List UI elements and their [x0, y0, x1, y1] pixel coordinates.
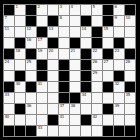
white-cell-2-0[interactable]: 11	[4, 27, 14, 37]
white-cell-4-3[interactable]: 19	[37, 49, 47, 59]
white-cell-10-11[interactable]	[125, 115, 135, 125]
white-cell-6-11[interactable]	[125, 71, 135, 81]
white-cell-0-3[interactable]: 2	[37, 5, 47, 15]
clue-number-3: 3	[60, 5, 62, 10]
clue-number-31: 31	[38, 82, 43, 87]
white-cell-5-1[interactable]	[15, 60, 25, 70]
white-cell-9-2[interactable]: 36	[26, 104, 36, 114]
white-cell-6-8[interactable]: 29	[92, 71, 102, 81]
white-cell-7-6[interactable]	[70, 82, 80, 92]
clue-number-12: 12	[27, 27, 32, 32]
white-cell-8-9[interactable]	[103, 93, 113, 103]
white-cell-10-6[interactable]	[70, 115, 80, 125]
white-cell-0-1[interactable]: 1	[15, 5, 25, 15]
white-cell-8-8[interactable]	[92, 93, 102, 103]
white-cell-11-7[interactable]	[81, 126, 91, 136]
clue-number-11: 11	[5, 27, 10, 32]
clue-number-37: 37	[60, 104, 65, 109]
white-cell-7-4[interactable]	[48, 82, 58, 92]
white-cell-11-6[interactable]	[70, 126, 80, 136]
white-cell-0-6[interactable]: 4	[70, 5, 80, 15]
white-cell-9-6[interactable]: 38	[70, 104, 80, 114]
white-cell-0-7[interactable]	[81, 5, 91, 15]
crossword-screenshot: { "game": "crossword", "board": { "rows"…	[0, 0, 140, 140]
black-cell-8-5	[59, 93, 69, 103]
clue-number-24: 24	[5, 60, 10, 65]
clue-number-7: 7	[5, 16, 7, 21]
white-cell-7-8[interactable]	[92, 82, 102, 92]
clue-number-16: 16	[27, 38, 32, 43]
white-cell-1-10[interactable]: 9	[114, 16, 124, 26]
white-cell-5-0[interactable]: 24	[4, 60, 14, 70]
white-cell-2-2[interactable]: 12	[26, 27, 36, 37]
clue-number-21: 21	[71, 49, 76, 54]
white-cell-5-9[interactable]: 27	[103, 60, 113, 70]
white-cell-2-7[interactable]: 14	[81, 27, 91, 37]
black-cell-6-10	[114, 71, 124, 81]
black-cell-11-1	[15, 126, 25, 136]
clue-number-14: 14	[82, 27, 87, 32]
black-cell-8-6	[70, 93, 80, 103]
white-cell-3-3[interactable]: 17	[37, 38, 47, 48]
clue-number-30: 30	[16, 82, 21, 87]
white-cell-8-11[interactable]: 35	[125, 93, 135, 103]
black-cell-5-7	[81, 60, 91, 70]
white-cell-5-2[interactable]: 25	[26, 60, 36, 70]
white-cell-0-4[interactable]	[48, 5, 58, 15]
white-cell-10-10[interactable]	[114, 115, 124, 125]
clue-number-41: 41	[60, 115, 65, 120]
black-cell-1-7	[81, 16, 91, 26]
black-cell-4-0	[4, 49, 14, 59]
white-cell-8-1[interactable]	[15, 93, 25, 103]
white-cell-1-6[interactable]	[70, 16, 80, 26]
black-cell-5-3	[37, 60, 47, 70]
white-cell-5-6[interactable]	[70, 60, 80, 70]
black-cell-6-1	[15, 71, 25, 81]
white-cell-8-0[interactable]: 33	[4, 93, 14, 103]
white-cell-1-3[interactable]	[37, 16, 47, 26]
black-cell-0-0	[4, 5, 14, 15]
white-cell-2-10[interactable]	[114, 27, 124, 37]
clue-number-22: 22	[93, 49, 98, 54]
white-cell-6-9[interactable]	[103, 71, 113, 81]
clue-number-18: 18	[16, 49, 21, 54]
clue-number-4: 4	[71, 5, 73, 10]
black-cell-3-1	[15, 38, 25, 48]
black-cell-7-9	[103, 82, 113, 92]
clue-number-27: 27	[104, 60, 109, 65]
clue-number-32: 32	[115, 82, 120, 87]
black-cell-6-3	[37, 71, 47, 81]
black-cell-7-11	[125, 82, 135, 92]
white-cell-8-4[interactable]	[48, 93, 58, 103]
clue-number-25: 25	[27, 60, 32, 65]
clue-number-40: 40	[5, 115, 10, 120]
white-cell-11-8[interactable]	[92, 126, 102, 136]
white-cell-9-5[interactable]: 37	[59, 104, 69, 114]
white-cell-9-3[interactable]	[37, 104, 47, 114]
black-cell-11-11	[125, 126, 135, 136]
white-cell-3-0[interactable]	[4, 38, 14, 48]
white-cell-2-1[interactable]	[15, 27, 25, 37]
white-cell-10-2[interactable]	[26, 115, 36, 125]
white-cell-4-10[interactable]: 23	[114, 49, 124, 59]
white-cell-11-5[interactable]	[59, 126, 69, 136]
white-cell-9-4[interactable]	[48, 104, 58, 114]
clue-number-5: 5	[93, 5, 95, 10]
clue-number-15: 15	[104, 27, 109, 32]
black-cell-1-4	[48, 16, 58, 26]
black-cell-4-9	[103, 49, 113, 59]
black-cell-7-2	[26, 82, 36, 92]
white-cell-1-8[interactable]	[92, 16, 102, 26]
white-cell-10-5[interactable]: 41	[59, 115, 69, 125]
black-cell-9-1	[15, 104, 25, 114]
white-cell-8-2[interactable]	[26, 93, 36, 103]
clue-number-34: 34	[82, 93, 87, 98]
black-cell-0-2	[26, 5, 36, 15]
black-cell-7-7	[81, 82, 91, 92]
white-cell-0-10[interactable]: 6	[114, 5, 124, 15]
black-cell-1-9	[103, 16, 113, 26]
white-cell-1-0[interactable]: 7	[4, 16, 14, 26]
black-cell-11-0	[4, 126, 14, 136]
black-cell-2-3	[37, 27, 47, 37]
white-cell-11-4[interactable]	[48, 126, 58, 136]
clue-number-1: 1	[16, 5, 18, 10]
white-cell-6-4[interactable]	[48, 71, 58, 81]
black-cell-1-2	[26, 16, 36, 26]
white-cell-8-7[interactable]: 34	[81, 93, 91, 103]
black-cell-11-2	[26, 126, 36, 136]
white-cell-9-10[interactable]: 39	[114, 104, 124, 114]
white-cell-0-8[interactable]: 5	[92, 5, 102, 15]
clue-number-10: 10	[126, 16, 131, 21]
white-cell-7-3[interactable]: 31	[37, 82, 47, 92]
clue-number-35: 35	[126, 93, 131, 98]
clue-number-6: 6	[115, 5, 117, 10]
black-cell-11-10	[114, 126, 124, 136]
clue-number-8: 8	[60, 16, 62, 21]
white-cell-2-6[interactable]	[70, 27, 80, 37]
white-cell-10-1[interactable]	[15, 115, 25, 125]
white-cell-9-8[interactable]	[92, 104, 102, 114]
white-cell-6-2[interactable]	[26, 71, 36, 81]
clue-number-36: 36	[27, 104, 32, 109]
clue-number-33: 33	[5, 93, 10, 98]
white-cell-8-10[interactable]	[114, 93, 124, 103]
black-cell-7-5	[59, 82, 69, 92]
white-cell-2-9[interactable]: 15	[103, 27, 113, 37]
white-cell-1-1[interactable]	[15, 16, 25, 26]
clue-number-26: 26	[93, 60, 98, 65]
white-cell-4-4[interactable]: 20	[48, 49, 58, 59]
white-cell-4-6[interactable]: 21	[70, 49, 80, 59]
white-cell-5-11[interactable]: 28	[125, 60, 135, 70]
white-cell-10-9[interactable]	[103, 115, 113, 125]
black-cell-5-5	[59, 60, 69, 70]
white-cell-9-11[interactable]	[125, 104, 135, 114]
white-cell-2-5[interactable]	[59, 27, 69, 37]
black-cell-2-8	[92, 27, 102, 37]
clue-number-28: 28	[126, 60, 131, 65]
white-cell-4-5[interactable]	[59, 49, 69, 59]
white-cell-5-10[interactable]	[114, 60, 124, 70]
clue-number-42: 42	[93, 115, 98, 120]
black-cell-11-9	[103, 126, 113, 136]
black-cell-3-6	[70, 38, 80, 48]
white-cell-4-1[interactable]: 18	[15, 49, 25, 59]
black-cell-3-4	[48, 38, 58, 48]
black-cell-6-5	[59, 71, 69, 81]
white-cell-3-5[interactable]	[59, 38, 69, 48]
white-cell-5-8[interactable]: 26	[92, 60, 102, 70]
white-cell-9-7[interactable]	[81, 104, 91, 114]
black-cell-0-9	[103, 5, 113, 15]
white-cell-3-11[interactable]	[125, 38, 135, 48]
clue-number-29: 29	[93, 71, 98, 76]
white-cell-9-0[interactable]	[4, 104, 14, 114]
black-cell-4-11	[125, 49, 135, 59]
clue-number-20: 20	[49, 49, 54, 54]
clue-number-43: 43	[38, 126, 43, 131]
black-cell-9-9	[103, 104, 113, 114]
clue-number-23: 23	[115, 49, 120, 54]
white-cell-11-3[interactable]: 43	[37, 126, 47, 136]
white-cell-4-8[interactable]: 22	[92, 49, 102, 59]
clue-number-17: 17	[38, 38, 43, 43]
white-cell-3-9[interactable]	[103, 38, 113, 48]
white-cell-0-5[interactable]: 3	[59, 5, 69, 15]
black-cell-7-0	[4, 82, 14, 92]
black-cell-3-10	[114, 38, 124, 48]
white-cell-10-8[interactable]: 42	[92, 115, 102, 125]
white-cell-6-0[interactable]	[4, 71, 14, 81]
white-cell-1-5[interactable]: 8	[59, 16, 69, 26]
crossword-grid: 1234567891011121314151617181920212223242…	[3, 4, 136, 137]
white-cell-7-1[interactable]: 30	[15, 82, 25, 92]
white-cell-2-4[interactable]: 13	[48, 27, 58, 37]
black-cell-4-7	[81, 49, 91, 59]
white-cell-6-6[interactable]	[70, 71, 80, 81]
white-cell-7-10[interactable]: 32	[114, 82, 124, 92]
black-cell-10-7	[81, 115, 91, 125]
white-cell-10-3[interactable]	[37, 115, 47, 125]
white-cell-10-0[interactable]: 40	[4, 115, 14, 125]
white-cell-5-4[interactable]	[48, 60, 58, 70]
clue-number-38: 38	[71, 104, 76, 109]
black-cell-3-8	[92, 38, 102, 48]
black-cell-6-7	[81, 71, 91, 81]
clue-number-9: 9	[115, 16, 117, 21]
white-cell-3-2[interactable]: 16	[26, 38, 36, 48]
clue-number-13: 13	[49, 27, 54, 32]
clue-number-19: 19	[38, 49, 43, 54]
white-cell-1-11[interactable]: 10	[125, 16, 135, 26]
white-cell-3-7[interactable]	[81, 38, 91, 48]
clue-number-39: 39	[115, 104, 120, 109]
white-cell-8-3[interactable]	[37, 93, 47, 103]
black-cell-10-4	[48, 115, 58, 125]
white-cell-2-11[interactable]	[125, 27, 135, 37]
black-cell-4-2	[26, 49, 36, 59]
clue-number-2: 2	[38, 5, 40, 10]
black-cell-0-11	[125, 5, 135, 15]
